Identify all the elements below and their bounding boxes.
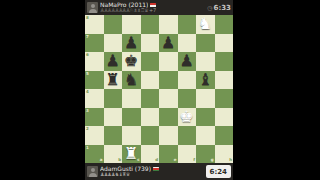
- square-d7[interactable]: [141, 34, 160, 53]
- square-b7[interactable]: [104, 34, 123, 53]
- bottom-clock-time: 6:24: [210, 168, 227, 176]
- chess-app-view: NaMaPro (2011) ♙♙♙♙♙♙♙♙♘♗♗♖♕+7 ◷ 6:33 8♞…: [85, 0, 233, 180]
- square-g7[interactable]: [196, 34, 215, 53]
- square-g5[interactable]: ♝: [196, 71, 215, 90]
- file-label-c: c: [137, 158, 139, 162]
- screenshot-frame: NaMaPro (2011) ♙♙♙♙♙♙♙♙♘♗♗♖♕+7 ◷ 6:33 8♞…: [0, 0, 320, 180]
- bottom-player-bar: AdamGusti (739) ♟♟♟♟♞♝♜♛ 6:24: [85, 163, 233, 180]
- square-a8[interactable]: 8: [85, 15, 104, 34]
- square-g1[interactable]: g: [196, 145, 215, 164]
- rank-label-7: 7: [86, 35, 89, 39]
- square-h6[interactable]: [215, 52, 234, 71]
- chess-board[interactable]: 8♞7♟♟6♟♚♟5♜♞♝43♚21abc♜defgh: [85, 15, 233, 163]
- square-d1[interactable]: d: [141, 145, 160, 164]
- black-knight-c5[interactable]: ♞: [124, 71, 138, 89]
- square-h7[interactable]: [215, 34, 234, 53]
- bottom-player-avatar[interactable]: [87, 166, 98, 177]
- square-b3[interactable]: [104, 108, 123, 127]
- square-a7[interactable]: 7: [85, 34, 104, 53]
- black-pawn-c7[interactable]: ♟: [124, 34, 138, 52]
- clock-icon: ◷: [207, 5, 212, 11]
- square-c7[interactable]: ♟: [122, 34, 141, 53]
- square-g2[interactable]: [196, 126, 215, 145]
- square-a6[interactable]: 6: [85, 52, 104, 71]
- file-label-f: f: [193, 158, 195, 162]
- square-e2[interactable]: [159, 126, 178, 145]
- square-c2[interactable]: [122, 126, 141, 145]
- square-f4[interactable]: [178, 89, 197, 108]
- square-b4[interactable]: [104, 89, 123, 108]
- black-king-c6[interactable]: ♚: [124, 52, 138, 70]
- top-player-avatar[interactable]: [87, 2, 98, 13]
- square-e8[interactable]: [159, 15, 178, 34]
- square-c5[interactable]: ♞: [122, 71, 141, 90]
- square-f6[interactable]: ♟: [178, 52, 197, 71]
- black-rook-b5[interactable]: ♜: [106, 71, 120, 89]
- square-h3[interactable]: [215, 108, 234, 127]
- square-b1[interactable]: b: [104, 145, 123, 164]
- square-c1[interactable]: c♜: [122, 145, 141, 164]
- square-e4[interactable]: [159, 89, 178, 108]
- rank-label-4: 4: [86, 90, 89, 94]
- white-king-f3[interactable]: ♚: [180, 108, 194, 126]
- square-e7[interactable]: ♟: [159, 34, 178, 53]
- square-a3[interactable]: 3: [85, 108, 104, 127]
- square-e5[interactable]: [159, 71, 178, 90]
- square-g4[interactable]: [196, 89, 215, 108]
- file-label-b: b: [118, 158, 121, 162]
- square-b6[interactable]: ♟: [104, 52, 123, 71]
- top-clock-time: 6:33: [214, 4, 231, 12]
- top-player-captured-tray: ♙♙♙♙♙♙♙♙♘♗♗♖♕+7: [100, 8, 205, 13]
- material-advantage: +7: [149, 7, 156, 13]
- bottom-player-captured-tray: ♟♟♟♟♞♝♜♛: [100, 172, 204, 177]
- rank-label-3: 3: [86, 109, 89, 113]
- square-d4[interactable]: [141, 89, 160, 108]
- top-player-bar: NaMaPro (2011) ♙♙♙♙♙♙♙♙♘♗♗♖♕+7 ◷ 6:33: [85, 0, 233, 15]
- square-f5[interactable]: [178, 71, 197, 90]
- black-pawn-e7[interactable]: ♟: [161, 34, 175, 52]
- square-e1[interactable]: e: [159, 145, 178, 164]
- square-a5[interactable]: 5: [85, 71, 104, 90]
- square-h1[interactable]: h: [215, 145, 234, 164]
- square-b5[interactable]: ♜: [104, 71, 123, 90]
- square-f7[interactable]: [178, 34, 197, 53]
- square-d6[interactable]: [141, 52, 160, 71]
- square-h2[interactable]: [215, 126, 234, 145]
- file-label-h: h: [229, 158, 232, 162]
- square-g6[interactable]: [196, 52, 215, 71]
- file-label-e: e: [174, 158, 177, 162]
- square-d3[interactable]: [141, 108, 160, 127]
- square-d5[interactable]: [141, 71, 160, 90]
- square-e3[interactable]: [159, 108, 178, 127]
- square-b8[interactable]: [104, 15, 123, 34]
- black-bishop-g5[interactable]: ♝: [198, 71, 212, 89]
- file-label-g: g: [211, 158, 214, 162]
- file-label-a: a: [100, 158, 103, 162]
- square-d2[interactable]: [141, 126, 160, 145]
- top-player-clock: ◷ 6:33: [207, 4, 231, 12]
- bottom-player-flag-icon: [153, 167, 159, 171]
- square-e6[interactable]: [159, 52, 178, 71]
- bottom-player-clock[interactable]: 6:24: [206, 165, 231, 178]
- file-label-d: d: [155, 158, 158, 162]
- square-h5[interactable]: [215, 71, 234, 90]
- square-d8[interactable]: [141, 15, 160, 34]
- square-a1[interactable]: 1a: [85, 145, 104, 164]
- square-g8[interactable]: ♞: [196, 15, 215, 34]
- square-h4[interactable]: [215, 89, 234, 108]
- square-f1[interactable]: f: [178, 145, 197, 164]
- square-h8[interactable]: [215, 15, 234, 34]
- black-pawn-f6[interactable]: ♟: [180, 52, 194, 70]
- rank-label-8: 8: [86, 16, 89, 20]
- black-pawn-b6[interactable]: ♟: [106, 52, 120, 70]
- square-f2[interactable]: [178, 126, 197, 145]
- square-a2[interactable]: 2: [85, 126, 104, 145]
- square-f8[interactable]: [178, 15, 197, 34]
- square-g3[interactable]: [196, 108, 215, 127]
- rank-label-6: 6: [86, 53, 89, 57]
- square-c8[interactable]: [122, 15, 141, 34]
- rank-label-5: 5: [86, 72, 89, 76]
- square-c6[interactable]: ♚: [122, 52, 141, 71]
- square-a4[interactable]: 4: [85, 89, 104, 108]
- square-c4[interactable]: [122, 89, 141, 108]
- rank-label-1: 1: [86, 146, 89, 150]
- square-c3[interactable]: [122, 108, 141, 127]
- white-knight-g8[interactable]: ♞: [198, 15, 212, 33]
- rank-label-2: 2: [86, 127, 89, 131]
- square-b2[interactable]: [104, 126, 123, 145]
- square-f3[interactable]: ♚: [178, 108, 197, 127]
